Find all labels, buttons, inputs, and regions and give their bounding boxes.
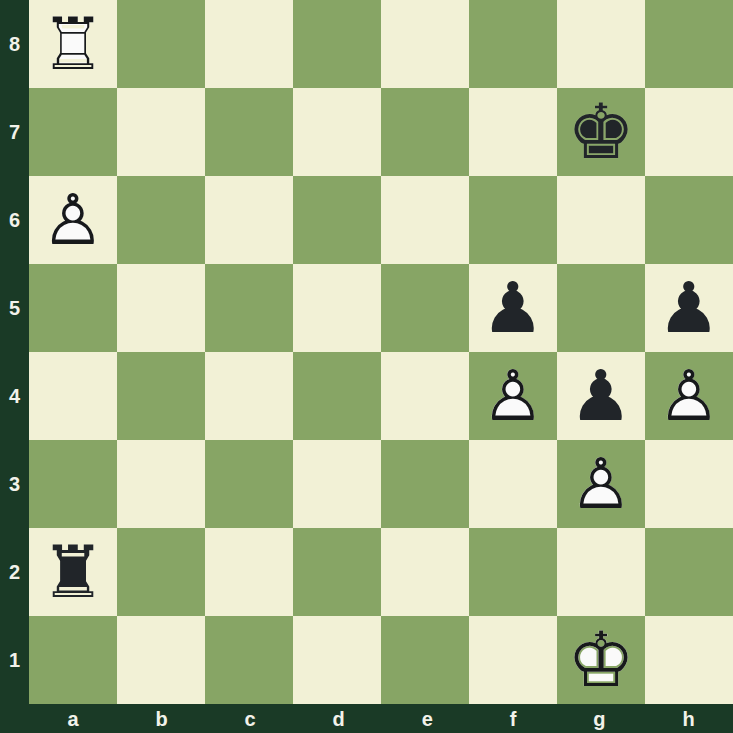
square-b1[interactable]: [117, 616, 205, 704]
square-e7[interactable]: [381, 88, 469, 176]
white-pawn-outline-glyph: ♙: [469, 352, 557, 440]
square-h2[interactable]: [645, 528, 733, 616]
square-b7[interactable]: [117, 88, 205, 176]
piece-black-pawn[interactable]: ♟: [557, 352, 645, 440]
rank-label-4: 4: [0, 352, 29, 440]
square-c4[interactable]: [205, 352, 293, 440]
rank-labels: 87654321: [0, 0, 29, 704]
file-label-h: h: [644, 704, 733, 733]
square-b5[interactable]: [117, 264, 205, 352]
rank-label-8: 8: [0, 0, 29, 88]
square-a5[interactable]: [29, 264, 117, 352]
square-g6[interactable]: [557, 176, 645, 264]
square-g1[interactable]: ♚♔: [557, 616, 645, 704]
rank-label-2: 2: [0, 528, 29, 616]
piece-black-rook[interactable]: ♜: [29, 528, 117, 616]
file-label-f: f: [471, 704, 555, 733]
file-label-g: g: [555, 704, 644, 733]
square-g7[interactable]: ♚: [557, 88, 645, 176]
file-label-e: e: [383, 704, 471, 733]
square-f8[interactable]: [469, 0, 557, 88]
square-d6[interactable]: [293, 176, 381, 264]
square-f7[interactable]: [469, 88, 557, 176]
chess-board: ♜♖♚♟♙♟♟♟♙♟♟♙♟♙♜♚♔: [29, 0, 733, 704]
square-f6[interactable]: [469, 176, 557, 264]
square-c2[interactable]: [205, 528, 293, 616]
square-b6[interactable]: [117, 176, 205, 264]
square-c7[interactable]: [205, 88, 293, 176]
square-d2[interactable]: [293, 528, 381, 616]
square-d5[interactable]: [293, 264, 381, 352]
file-label-d: d: [294, 704, 383, 733]
chess-board-frame: 87654321 ♜♖♚♟♙♟♟♟♙♟♟♙♟♙♜♚♔ abcdefgh: [0, 0, 733, 733]
white-rook-outline-glyph: ♖: [29, 0, 117, 88]
square-a4[interactable]: [29, 352, 117, 440]
square-g2[interactable]: [557, 528, 645, 616]
black-pawn-glyph: ♟: [469, 264, 557, 352]
square-h5[interactable]: ♟: [645, 264, 733, 352]
square-e5[interactable]: [381, 264, 469, 352]
square-c1[interactable]: [205, 616, 293, 704]
square-c6[interactable]: [205, 176, 293, 264]
square-e2[interactable]: [381, 528, 469, 616]
rank-label-6: 6: [0, 176, 29, 264]
piece-black-king[interactable]: ♚: [557, 88, 645, 176]
square-d3[interactable]: [293, 440, 381, 528]
square-c3[interactable]: [205, 440, 293, 528]
rank-label-3: 3: [0, 440, 29, 528]
square-e6[interactable]: [381, 176, 469, 264]
piece-white-rook[interactable]: ♜♖: [29, 0, 117, 88]
white-pawn-outline-glyph: ♙: [29, 176, 117, 264]
file-labels: abcdefgh: [29, 704, 733, 733]
black-king-glyph: ♚: [557, 88, 645, 176]
black-pawn-glyph: ♟: [645, 264, 733, 352]
piece-white-pawn[interactable]: ♟♙: [469, 352, 557, 440]
square-a8[interactable]: ♜♖: [29, 0, 117, 88]
square-f2[interactable]: [469, 528, 557, 616]
rank-label-1: 1: [0, 616, 29, 704]
square-d7[interactable]: [293, 88, 381, 176]
square-d4[interactable]: [293, 352, 381, 440]
square-a1[interactable]: [29, 616, 117, 704]
piece-black-pawn[interactable]: ♟: [645, 264, 733, 352]
square-h3[interactable]: [645, 440, 733, 528]
square-d8[interactable]: [293, 0, 381, 88]
square-b8[interactable]: [117, 0, 205, 88]
square-a3[interactable]: [29, 440, 117, 528]
white-pawn-outline-glyph: ♙: [645, 352, 733, 440]
square-b3[interactable]: [117, 440, 205, 528]
piece-white-pawn[interactable]: ♟♙: [29, 176, 117, 264]
square-c8[interactable]: [205, 0, 293, 88]
square-h4[interactable]: ♟♙: [645, 352, 733, 440]
white-pawn-outline-glyph: ♙: [557, 440, 645, 528]
square-a7[interactable]: [29, 88, 117, 176]
square-h6[interactable]: [645, 176, 733, 264]
square-h7[interactable]: [645, 88, 733, 176]
file-label-a: a: [29, 704, 117, 733]
rank-label-5: 5: [0, 264, 29, 352]
square-e1[interactable]: [381, 616, 469, 704]
square-g3[interactable]: ♟♙: [557, 440, 645, 528]
square-f1[interactable]: [469, 616, 557, 704]
square-e4[interactable]: [381, 352, 469, 440]
file-label-c: c: [206, 704, 294, 733]
square-a2[interactable]: ♜: [29, 528, 117, 616]
piece-white-king[interactable]: ♚♔: [557, 616, 645, 704]
square-b4[interactable]: [117, 352, 205, 440]
square-f4[interactable]: ♟♙: [469, 352, 557, 440]
square-f3[interactable]: [469, 440, 557, 528]
black-pawn-glyph: ♟: [557, 352, 645, 440]
piece-white-pawn[interactable]: ♟♙: [557, 440, 645, 528]
square-a6[interactable]: ♟♙: [29, 176, 117, 264]
square-c5[interactable]: [205, 264, 293, 352]
file-label-b: b: [117, 704, 206, 733]
piece-black-pawn[interactable]: ♟: [469, 264, 557, 352]
square-g5[interactable]: [557, 264, 645, 352]
square-g4[interactable]: ♟: [557, 352, 645, 440]
square-h8[interactable]: [645, 0, 733, 88]
piece-white-pawn[interactable]: ♟♙: [645, 352, 733, 440]
square-e3[interactable]: [381, 440, 469, 528]
square-f5[interactable]: ♟: [469, 264, 557, 352]
square-d1[interactable]: [293, 616, 381, 704]
square-g8[interactable]: [557, 0, 645, 88]
square-e8[interactable]: [381, 0, 469, 88]
white-king-outline-glyph: ♔: [557, 616, 645, 704]
square-b2[interactable]: [117, 528, 205, 616]
square-h1[interactable]: [645, 616, 733, 704]
rank-label-7: 7: [0, 88, 29, 176]
black-rook-glyph: ♜: [29, 528, 117, 616]
